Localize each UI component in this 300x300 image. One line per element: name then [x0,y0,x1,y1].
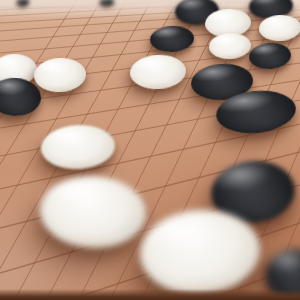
white-stone [40,123,116,171]
black-stone [248,42,292,71]
black-stone [149,25,194,53]
go-board-scene [0,0,300,300]
white-stone [38,173,148,250]
board-front-edge [0,289,300,300]
white-stone [258,14,300,42]
black-stone [17,0,29,6]
white-stone [33,57,87,94]
black-stone [100,0,114,6]
white-stone [129,54,187,91]
white-stone [208,32,251,60]
stones-layer [0,0,300,300]
